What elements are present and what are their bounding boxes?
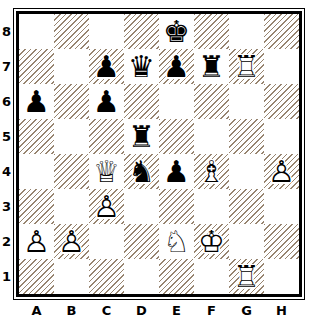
black-king-glyph: ♚ bbox=[159, 14, 194, 49]
black-pawn-glyph: ♟ bbox=[89, 84, 124, 119]
square-a6[interactable]: ♟ bbox=[19, 84, 54, 119]
white-king-fill: ♚ bbox=[194, 224, 229, 259]
rank-label-5: 5 bbox=[0, 119, 13, 154]
square-g1[interactable]: ♜♖ bbox=[229, 259, 264, 294]
file-label-h: H bbox=[264, 303, 299, 318]
square-c6[interactable]: ♟ bbox=[89, 84, 124, 119]
square-f6[interactable] bbox=[194, 84, 229, 119]
square-f8[interactable] bbox=[194, 14, 229, 49]
square-g7[interactable]: ♜♖ bbox=[229, 49, 264, 84]
black-rook-glyph: ♜ bbox=[124, 119, 159, 154]
white-pawn-fill: ♟ bbox=[264, 154, 299, 189]
black-pawn-glyph: ♟ bbox=[19, 84, 54, 119]
piece-white-rook[interactable]: ♜♖ bbox=[229, 49, 264, 84]
piece-black-pawn[interactable]: ♟ bbox=[89, 49, 124, 84]
white-king-glyph: ♔ bbox=[194, 224, 229, 259]
square-a1[interactable] bbox=[19, 259, 54, 294]
square-d7[interactable]: ♛ bbox=[124, 49, 159, 84]
rank-label-7: 7 bbox=[0, 49, 13, 84]
square-a5[interactable] bbox=[19, 119, 54, 154]
piece-black-pawn[interactable]: ♟ bbox=[159, 49, 194, 84]
square-h1[interactable] bbox=[264, 259, 299, 294]
square-e4[interactable]: ♟ bbox=[159, 154, 194, 189]
file-label-b: B bbox=[54, 303, 89, 318]
piece-white-rook[interactable]: ♜♖ bbox=[229, 259, 264, 294]
piece-black-queen[interactable]: ♛ bbox=[124, 49, 159, 84]
square-a3[interactable] bbox=[19, 189, 54, 224]
file-label-d: D bbox=[124, 303, 159, 318]
board-inner-border: ♚♟♛♟♜♜♖♟♟♜♛♕♞♟♝♗♟♙♟♙♟♙♟♙♞♘♚♔♜♖ bbox=[16, 11, 302, 297]
white-pawn-glyph: ♙ bbox=[264, 154, 299, 189]
square-f4[interactable]: ♝♗ bbox=[194, 154, 229, 189]
white-bishop-glyph: ♗ bbox=[194, 154, 229, 189]
square-h8[interactable] bbox=[264, 14, 299, 49]
white-rook-glyph: ♖ bbox=[229, 49, 264, 84]
square-b3[interactable] bbox=[54, 189, 89, 224]
white-pawn-glyph: ♙ bbox=[89, 189, 124, 224]
rank-label-6: 6 bbox=[0, 84, 13, 119]
square-d3[interactable] bbox=[124, 189, 159, 224]
square-b1[interactable] bbox=[54, 259, 89, 294]
square-g4[interactable] bbox=[229, 154, 264, 189]
white-knight-glyph: ♘ bbox=[159, 224, 194, 259]
black-rook-glyph: ♜ bbox=[194, 49, 229, 84]
square-h5[interactable] bbox=[264, 119, 299, 154]
white-rook-fill: ♜ bbox=[229, 259, 264, 294]
square-h3[interactable] bbox=[264, 189, 299, 224]
piece-white-king[interactable]: ♚♔ bbox=[194, 224, 229, 259]
file-label-e: E bbox=[159, 303, 194, 318]
piece-black-pawn[interactable]: ♟ bbox=[19, 84, 54, 119]
square-f5[interactable] bbox=[194, 119, 229, 154]
square-c5[interactable] bbox=[89, 119, 124, 154]
square-g8[interactable] bbox=[229, 14, 264, 49]
square-a8[interactable] bbox=[19, 14, 54, 49]
black-knight-glyph: ♞ bbox=[124, 154, 159, 189]
piece-black-pawn[interactable]: ♟ bbox=[89, 84, 124, 119]
square-e8[interactable]: ♚ bbox=[159, 14, 194, 49]
white-pawn-glyph: ♙ bbox=[19, 224, 54, 259]
square-d4[interactable]: ♞ bbox=[124, 154, 159, 189]
white-bishop-fill: ♝ bbox=[194, 154, 229, 189]
rank-label-4: 4 bbox=[0, 154, 13, 189]
black-pawn-glyph: ♟ bbox=[159, 154, 194, 189]
square-b4[interactable] bbox=[54, 154, 89, 189]
square-d5[interactable]: ♜ bbox=[124, 119, 159, 154]
square-a7[interactable] bbox=[19, 49, 54, 84]
square-d8[interactable] bbox=[124, 14, 159, 49]
black-pawn-glyph: ♟ bbox=[89, 49, 124, 84]
chess-diagram: 87654321 ♚♟♛♟♜♜♖♟♟♜♛♕♞♟♝♗♟♙♟♙♟♙♟♙♞♘♚♔♜♖ … bbox=[0, 0, 314, 320]
square-c4[interactable]: ♛♕ bbox=[89, 154, 124, 189]
square-f2[interactable]: ♚♔ bbox=[194, 224, 229, 259]
square-d6[interactable] bbox=[124, 84, 159, 119]
chess-board: ♚♟♛♟♜♜♖♟♟♜♛♕♞♟♝♗♟♙♟♙♟♙♟♙♞♘♚♔♜♖ bbox=[19, 14, 299, 294]
rank-label-1: 1 bbox=[0, 259, 13, 294]
square-d1[interactable] bbox=[124, 259, 159, 294]
piece-black-rook[interactable]: ♜ bbox=[124, 119, 159, 154]
square-c3[interactable]: ♟♙ bbox=[89, 189, 124, 224]
rank-label-8: 8 bbox=[0, 14, 13, 49]
square-b8[interactable] bbox=[54, 14, 89, 49]
square-h2[interactable] bbox=[264, 224, 299, 259]
piece-black-knight[interactable]: ♞ bbox=[124, 154, 159, 189]
white-queen-glyph: ♕ bbox=[89, 154, 124, 189]
square-h4[interactable]: ♟♙ bbox=[264, 154, 299, 189]
piece-black-pawn[interactable]: ♟ bbox=[159, 154, 194, 189]
square-a4[interactable] bbox=[19, 154, 54, 189]
piece-white-pawn[interactable]: ♟♙ bbox=[19, 224, 54, 259]
square-e7[interactable]: ♟ bbox=[159, 49, 194, 84]
white-pawn-fill: ♟ bbox=[89, 189, 124, 224]
white-pawn-fill: ♟ bbox=[19, 224, 54, 259]
square-g6[interactable] bbox=[229, 84, 264, 119]
square-b5[interactable] bbox=[54, 119, 89, 154]
square-f3[interactable] bbox=[194, 189, 229, 224]
square-b7[interactable] bbox=[54, 49, 89, 84]
square-h7[interactable] bbox=[264, 49, 299, 84]
white-rook-glyph: ♖ bbox=[229, 259, 264, 294]
rank-label-3: 3 bbox=[0, 189, 13, 224]
square-a2[interactable]: ♟♙ bbox=[19, 224, 54, 259]
black-queen-glyph: ♛ bbox=[124, 49, 159, 84]
square-b2[interactable]: ♟♙ bbox=[54, 224, 89, 259]
square-f7[interactable]: ♜ bbox=[194, 49, 229, 84]
white-pawn-glyph: ♙ bbox=[54, 224, 89, 259]
piece-white-pawn[interactable]: ♟♙ bbox=[54, 224, 89, 259]
square-g5[interactable] bbox=[229, 119, 264, 154]
square-e6[interactable] bbox=[159, 84, 194, 119]
piece-white-knight[interactable]: ♞♘ bbox=[159, 224, 194, 259]
square-c7[interactable]: ♟ bbox=[89, 49, 124, 84]
square-e3[interactable] bbox=[159, 189, 194, 224]
white-rook-fill: ♜ bbox=[229, 49, 264, 84]
rank-labels: 87654321 bbox=[0, 8, 13, 300]
piece-white-bishop[interactable]: ♝♗ bbox=[194, 154, 229, 189]
black-pawn-glyph: ♟ bbox=[159, 49, 194, 84]
square-d2[interactable] bbox=[124, 224, 159, 259]
piece-white-queen[interactable]: ♛♕ bbox=[89, 154, 124, 189]
square-f1[interactable] bbox=[194, 259, 229, 294]
square-b6[interactable] bbox=[54, 84, 89, 119]
board-frame: ♚♟♛♟♜♜♖♟♟♜♛♕♞♟♝♗♟♙♟♙♟♙♟♙♞♘♚♔♜♖ bbox=[13, 8, 305, 300]
square-c2[interactable] bbox=[89, 224, 124, 259]
square-e1[interactable] bbox=[159, 259, 194, 294]
piece-black-rook[interactable]: ♜ bbox=[194, 49, 229, 84]
square-c1[interactable] bbox=[89, 259, 124, 294]
square-g3[interactable] bbox=[229, 189, 264, 224]
file-labels: ABCDEFGH bbox=[19, 303, 314, 318]
white-queen-fill: ♛ bbox=[89, 154, 124, 189]
file-label-f: F bbox=[194, 303, 229, 318]
piece-black-king[interactable]: ♚ bbox=[159, 14, 194, 49]
square-c8[interactable] bbox=[89, 14, 124, 49]
square-e2[interactable]: ♞♘ bbox=[159, 224, 194, 259]
board-row: 87654321 ♚♟♛♟♜♜♖♟♟♜♛♕♞♟♝♗♟♙♟♙♟♙♟♙♞♘♚♔♜♖ bbox=[0, 8, 314, 300]
square-e5[interactable] bbox=[159, 119, 194, 154]
white-knight-fill: ♞ bbox=[159, 224, 194, 259]
square-h6[interactable] bbox=[264, 84, 299, 119]
piece-white-pawn[interactable]: ♟♙ bbox=[264, 154, 299, 189]
piece-white-pawn[interactable]: ♟♙ bbox=[89, 189, 124, 224]
file-label-g: G bbox=[229, 303, 264, 318]
file-label-c: C bbox=[89, 303, 124, 318]
white-pawn-fill: ♟ bbox=[54, 224, 89, 259]
file-label-a: A bbox=[19, 303, 54, 318]
rank-label-2: 2 bbox=[0, 224, 13, 259]
square-g2[interactable] bbox=[229, 224, 264, 259]
